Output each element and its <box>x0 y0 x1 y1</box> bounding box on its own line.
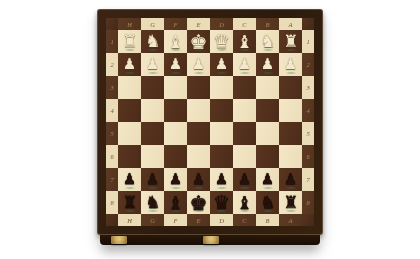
black-bishop: ♝ <box>236 194 252 212</box>
square-b7: ♟ <box>256 168 279 191</box>
rank-label: 1 <box>302 30 314 53</box>
square-a8: ♜ <box>279 191 302 214</box>
rank-label: 6 <box>302 145 314 168</box>
file-label: C <box>233 214 256 226</box>
square-a2: ♟ <box>279 53 302 76</box>
border-corner <box>106 214 118 226</box>
border-corner <box>302 18 314 30</box>
square-h7: ♟ <box>118 168 141 191</box>
black-pawn: ♟ <box>238 172 251 187</box>
white-pawn: ♟ <box>215 57 228 72</box>
square-a6 <box>279 145 302 168</box>
rank-label: 2 <box>302 53 314 76</box>
product-photo-background: HGFEDCBA1♜♞♝♚♛♝♞♜12♟♟♟♟♟♟♟♟2334455667♟♟♟… <box>0 0 420 259</box>
square-e4 <box>187 99 210 122</box>
brass-clasp <box>111 236 127 244</box>
file-label: D <box>210 18 233 30</box>
white-pawn: ♟ <box>192 57 205 72</box>
square-d6 <box>210 145 233 168</box>
square-c3 <box>233 76 256 99</box>
rank-label: 3 <box>106 76 118 99</box>
square-c8: ♝ <box>233 191 256 214</box>
square-d5 <box>210 122 233 145</box>
black-pawn: ♟ <box>123 172 136 187</box>
square-e5 <box>187 122 210 145</box>
square-e7: ♟ <box>187 168 210 191</box>
file-label: E <box>187 214 210 226</box>
square-g4 <box>141 99 164 122</box>
square-b2: ♟ <box>256 53 279 76</box>
square-c2: ♟ <box>233 53 256 76</box>
square-h1: ♜ <box>118 30 141 53</box>
board-frame: HGFEDCBA1♜♞♝♚♛♝♞♜12♟♟♟♟♟♟♟♟2334455667♟♟♟… <box>97 9 323 235</box>
square-h2: ♟ <box>118 53 141 76</box>
border-corner <box>106 18 118 30</box>
square-f1: ♝ <box>164 30 187 53</box>
chessboard-grid: HGFEDCBA1♜♞♝♚♛♝♞♜12♟♟♟♟♟♟♟♟2334455667♟♟♟… <box>106 18 314 226</box>
black-king: ♚ <box>190 193 208 213</box>
white-bishop: ♝ <box>236 33 252 51</box>
square-c4 <box>233 99 256 122</box>
white-pawn: ♟ <box>169 57 182 72</box>
white-pawn: ♟ <box>146 57 159 72</box>
file-label: F <box>164 214 187 226</box>
square-e6 <box>187 145 210 168</box>
square-b3 <box>256 76 279 99</box>
rank-label: 8 <box>106 191 118 214</box>
file-label: D <box>210 214 233 226</box>
file-label: B <box>256 214 279 226</box>
black-pawn: ♟ <box>215 172 228 187</box>
square-d8: ♛ <box>210 191 233 214</box>
black-rook: ♜ <box>122 194 137 211</box>
square-e3 <box>187 76 210 99</box>
square-d7: ♟ <box>210 168 233 191</box>
square-f5 <box>164 122 187 145</box>
square-e1: ♚ <box>187 30 210 53</box>
square-g6 <box>141 145 164 168</box>
black-bishop: ♝ <box>167 194 183 212</box>
square-b5 <box>256 122 279 145</box>
file-label: A <box>279 18 302 30</box>
square-g3 <box>141 76 164 99</box>
square-c1: ♝ <box>233 30 256 53</box>
square-f2: ♟ <box>164 53 187 76</box>
rank-label: 4 <box>106 99 118 122</box>
square-d3 <box>210 76 233 99</box>
square-d2: ♟ <box>210 53 233 76</box>
chessboard: HGFEDCBA1♜♞♝♚♛♝♞♜12♟♟♟♟♟♟♟♟2334455667♟♟♟… <box>97 9 323 245</box>
square-d1: ♛ <box>210 30 233 53</box>
black-pawn: ♟ <box>192 172 205 187</box>
black-pawn: ♟ <box>169 172 182 187</box>
square-f3 <box>164 76 187 99</box>
square-a3 <box>279 76 302 99</box>
square-a5 <box>279 122 302 145</box>
rank-label: 7 <box>106 168 118 191</box>
file-label: E <box>187 18 210 30</box>
square-g2: ♟ <box>141 53 164 76</box>
white-rook: ♜ <box>122 33 137 50</box>
white-pawn: ♟ <box>261 57 274 72</box>
rank-label: 2 <box>106 53 118 76</box>
black-knight: ♞ <box>260 194 275 211</box>
file-label: A <box>279 214 302 226</box>
square-g8: ♞ <box>141 191 164 214</box>
square-g7: ♟ <box>141 168 164 191</box>
rank-label: 8 <box>302 191 314 214</box>
file-label: C <box>233 18 256 30</box>
square-c7: ♟ <box>233 168 256 191</box>
white-pawn: ♟ <box>238 57 251 72</box>
square-g5 <box>141 122 164 145</box>
rank-label: 3 <box>302 76 314 99</box>
rank-label: 1 <box>106 30 118 53</box>
rank-label: 4 <box>302 99 314 122</box>
square-f6 <box>164 145 187 168</box>
black-rook: ♜ <box>283 194 298 211</box>
square-b1: ♞ <box>256 30 279 53</box>
square-h4 <box>118 99 141 122</box>
rank-label: 6 <box>106 145 118 168</box>
white-queen: ♛ <box>213 32 230 51</box>
square-e8: ♚ <box>187 191 210 214</box>
black-pawn: ♟ <box>146 172 159 187</box>
square-f7: ♟ <box>164 168 187 191</box>
square-a1: ♜ <box>279 30 302 53</box>
black-pawn: ♟ <box>284 172 297 187</box>
square-f8: ♝ <box>164 191 187 214</box>
square-c5 <box>233 122 256 145</box>
square-h8: ♜ <box>118 191 141 214</box>
border-corner <box>302 214 314 226</box>
file-label: F <box>164 18 187 30</box>
white-pawn: ♟ <box>284 57 297 72</box>
brass-clasp <box>203 236 219 244</box>
square-b6 <box>256 145 279 168</box>
rank-label: 5 <box>106 122 118 145</box>
board-front-edge <box>100 235 320 245</box>
square-a7: ♟ <box>279 168 302 191</box>
square-h6 <box>118 145 141 168</box>
square-h3 <box>118 76 141 99</box>
black-knight: ♞ <box>145 194 160 211</box>
file-label: G <box>141 214 164 226</box>
square-h5 <box>118 122 141 145</box>
square-f4 <box>164 99 187 122</box>
white-knight: ♞ <box>260 33 275 50</box>
square-e2: ♟ <box>187 53 210 76</box>
file-label: B <box>256 18 279 30</box>
square-b8: ♞ <box>256 191 279 214</box>
black-queen: ♛ <box>213 193 230 212</box>
square-g1: ♞ <box>141 30 164 53</box>
white-pawn: ♟ <box>123 57 136 72</box>
white-bishop: ♝ <box>167 33 183 51</box>
white-rook: ♜ <box>283 33 298 50</box>
black-pawn: ♟ <box>261 172 274 187</box>
rank-label: 7 <box>302 168 314 191</box>
square-a4 <box>279 99 302 122</box>
square-b4 <box>256 99 279 122</box>
file-label: H <box>118 18 141 30</box>
white-king: ♚ <box>190 32 208 52</box>
white-knight: ♞ <box>145 33 160 50</box>
rank-label: 5 <box>302 122 314 145</box>
file-label: G <box>141 18 164 30</box>
file-label: H <box>118 214 141 226</box>
square-d4 <box>210 99 233 122</box>
square-c6 <box>233 145 256 168</box>
